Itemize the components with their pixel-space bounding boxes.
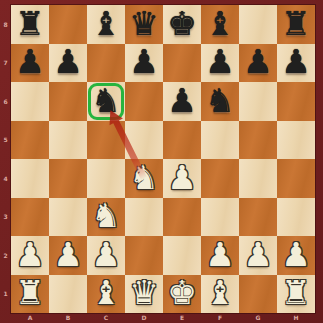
piece-black-queen[interactable]: ♛ (129, 7, 159, 40)
square-e2[interactable] (163, 236, 201, 275)
square-e1[interactable]: ♚ (163, 275, 201, 314)
square-d4[interactable]: ♞ (125, 159, 163, 198)
piece-black-knight[interactable]: ♞ (205, 84, 235, 117)
square-b2[interactable]: ♟ (49, 236, 87, 275)
square-e7[interactable] (163, 44, 201, 83)
piece-black-rook[interactable]: ♜ (15, 7, 45, 40)
file-label-H: H (277, 314, 315, 321)
piece-white-bishop[interactable]: ♝ (91, 276, 121, 309)
square-f1[interactable]: ♝ (201, 275, 239, 314)
square-d8[interactable]: ♛ (125, 5, 163, 44)
square-e6[interactable]: ♟ (163, 82, 201, 121)
square-a1[interactable]: ♜ (11, 275, 49, 314)
square-f3[interactable] (201, 198, 239, 237)
rank-label-8: 8 (0, 21, 11, 28)
square-b4[interactable] (49, 159, 87, 198)
rank-label-2: 2 (0, 252, 11, 259)
square-f2[interactable]: ♟ (201, 236, 239, 275)
square-a5[interactable] (11, 121, 49, 160)
square-a7[interactable]: ♟ (11, 44, 49, 83)
square-a3[interactable] (11, 198, 49, 237)
piece-black-bishop[interactable]: ♝ (91, 7, 121, 40)
piece-white-queen[interactable]: ♛ (129, 276, 159, 309)
piece-white-pawn[interactable]: ♟ (91, 238, 121, 271)
square-e3[interactable] (163, 198, 201, 237)
square-g4[interactable] (239, 159, 277, 198)
square-c4[interactable] (87, 159, 125, 198)
file-label-F: F (201, 314, 239, 321)
square-d5[interactable] (125, 121, 163, 160)
square-h1[interactable]: ♜ (277, 275, 315, 314)
square-h5[interactable] (277, 121, 315, 160)
file-label-E: E (163, 314, 201, 321)
square-a2[interactable]: ♟ (11, 236, 49, 275)
square-b7[interactable]: ♟ (49, 44, 87, 83)
piece-white-pawn[interactable]: ♟ (15, 238, 45, 271)
square-d3[interactable] (125, 198, 163, 237)
piece-black-pawn[interactable]: ♟ (281, 45, 311, 78)
piece-black-pawn[interactable]: ♟ (53, 45, 83, 78)
rank-label-1: 1 (0, 290, 11, 297)
square-f8[interactable]: ♝ (201, 5, 239, 44)
piece-white-knight[interactable]: ♞ (129, 161, 159, 194)
piece-white-rook[interactable]: ♜ (281, 276, 311, 309)
square-g3[interactable] (239, 198, 277, 237)
square-f6[interactable]: ♞ (201, 82, 239, 121)
file-label-D: D (125, 314, 163, 321)
piece-white-pawn[interactable]: ♟ (281, 238, 311, 271)
square-c5[interactable] (87, 121, 125, 160)
piece-black-rook[interactable]: ♜ (281, 7, 311, 40)
square-b6[interactable] (49, 82, 87, 121)
file-label-A: A (11, 314, 49, 321)
square-c6[interactable]: ♞ (87, 82, 125, 121)
square-g2[interactable]: ♟ (239, 236, 277, 275)
file-label-G: G (239, 314, 277, 321)
square-c7[interactable] (87, 44, 125, 83)
piece-black-pawn[interactable]: ♟ (205, 45, 235, 78)
rank-label-6: 6 (0, 98, 11, 105)
square-h3[interactable] (277, 198, 315, 237)
piece-black-pawn[interactable]: ♟ (129, 45, 159, 78)
square-e5[interactable] (163, 121, 201, 160)
square-d7[interactable]: ♟ (125, 44, 163, 83)
square-g8[interactable] (239, 5, 277, 44)
piece-white-king[interactable]: ♚ (167, 276, 197, 309)
piece-white-knight[interactable]: ♞ (91, 199, 121, 232)
piece-black-knight[interactable]: ♞ (91, 84, 121, 117)
square-h8[interactable]: ♜ (277, 5, 315, 44)
file-label-B: B (49, 314, 87, 321)
piece-white-pawn[interactable]: ♟ (167, 161, 197, 194)
piece-white-pawn[interactable]: ♟ (53, 238, 83, 271)
piece-white-pawn[interactable]: ♟ (243, 238, 273, 271)
square-e4[interactable]: ♟ (163, 159, 201, 198)
square-c8[interactable]: ♝ (87, 5, 125, 44)
square-a6[interactable] (11, 82, 49, 121)
square-b8[interactable] (49, 5, 87, 44)
square-f7[interactable]: ♟ (201, 44, 239, 83)
square-e8[interactable]: ♚ (163, 5, 201, 44)
rank-label-3: 3 (0, 213, 11, 220)
piece-black-king[interactable]: ♚ (167, 7, 197, 40)
rank-label-7: 7 (0, 59, 11, 66)
square-b1[interactable] (49, 275, 87, 314)
square-h6[interactable] (277, 82, 315, 121)
square-g1[interactable] (239, 275, 277, 314)
square-h4[interactable] (277, 159, 315, 198)
square-b3[interactable] (49, 198, 87, 237)
square-c1[interactable]: ♝ (87, 275, 125, 314)
square-a8[interactable]: ♜ (11, 5, 49, 44)
rank-label-4: 4 (0, 175, 11, 182)
square-b5[interactable] (49, 121, 87, 160)
piece-white-pawn[interactable]: ♟ (205, 238, 235, 271)
square-f4[interactable] (201, 159, 239, 198)
piece-black-bishop[interactable]: ♝ (205, 7, 235, 40)
chess-board: ♜♝♛♚♝♜♟♟♟♟♟♟♞♟♞♞♟♞♟♟♟♟♟♟♜♝♛♚♝♜ (11, 5, 315, 313)
square-a4[interactable] (11, 159, 49, 198)
square-d2[interactable] (125, 236, 163, 275)
piece-black-pawn[interactable]: ♟ (167, 84, 197, 117)
square-d6[interactable] (125, 82, 163, 121)
chess-board-frame: ♜♝♛♚♝♜♟♟♟♟♟♟♞♟♞♞♟♞♟♟♟♟♟♟♜♝♛♚♝♜ 87654321A… (0, 0, 323, 323)
square-g7[interactable]: ♟ (239, 44, 277, 83)
piece-white-rook[interactable]: ♜ (15, 276, 45, 309)
square-c2[interactable]: ♟ (87, 236, 125, 275)
file-label-C: C (87, 314, 125, 321)
piece-black-pawn[interactable]: ♟ (243, 45, 273, 78)
square-c3[interactable]: ♞ (87, 198, 125, 237)
square-g5[interactable] (239, 121, 277, 160)
square-h7[interactable]: ♟ (277, 44, 315, 83)
rank-label-5: 5 (0, 136, 11, 143)
square-h2[interactable]: ♟ (277, 236, 315, 275)
square-d1[interactable]: ♛ (125, 275, 163, 314)
square-g6[interactable] (239, 82, 277, 121)
square-f5[interactable] (201, 121, 239, 160)
piece-black-pawn[interactable]: ♟ (15, 45, 45, 78)
piece-white-bishop[interactable]: ♝ (205, 276, 235, 309)
